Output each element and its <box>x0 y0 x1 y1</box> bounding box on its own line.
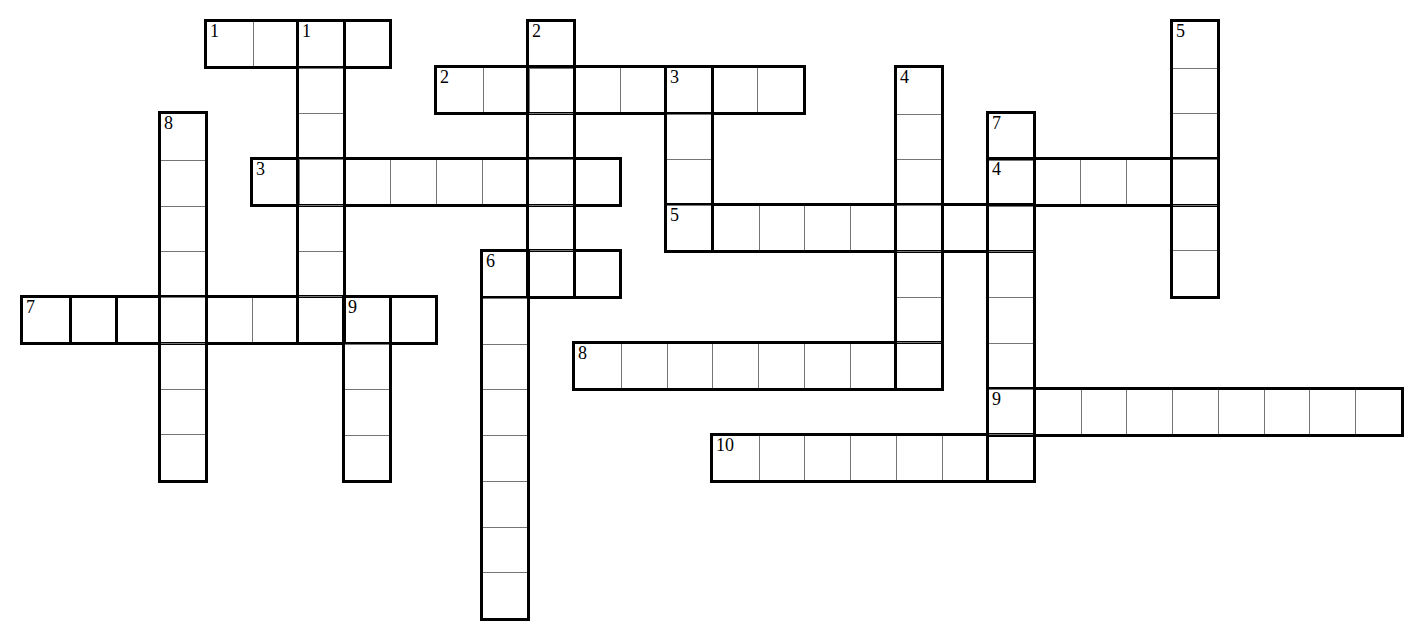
down-5-word: 5 <box>1170 19 1220 299</box>
down-8-cell-5[interactable] <box>161 343 205 389</box>
across-10-cell-0[interactable]: 10 <box>713 436 759 480</box>
down-7-cell-0[interactable]: 7 <box>989 114 1033 160</box>
down-2-cell-0[interactable]: 2 <box>529 22 573 68</box>
across-8-cell-6[interactable] <box>850 344 896 388</box>
down-8-cell-2[interactable] <box>161 206 205 252</box>
across-10-cell-3[interactable] <box>850 436 896 480</box>
across-2-cell-6[interactable] <box>712 68 758 112</box>
down-9-cell-2[interactable] <box>345 389 389 435</box>
down-7-cell-7[interactable] <box>989 434 1033 480</box>
down-3-cell-2[interactable] <box>667 159 711 205</box>
across-2-word: 2 <box>434 65 806 115</box>
across-8-cell-4[interactable] <box>758 344 804 388</box>
across-1-cell-3[interactable] <box>344 22 390 66</box>
across-9-cell-6[interactable] <box>1264 390 1310 434</box>
across-5-cell-4[interactable] <box>850 206 896 250</box>
across-4-cell-2[interactable] <box>1080 160 1126 204</box>
across-8-word: 8 <box>572 341 944 391</box>
across-9-cell-1[interactable] <box>1035 390 1081 434</box>
across-8-cell-5[interactable] <box>804 344 850 388</box>
across-8-cell-2[interactable] <box>667 344 713 388</box>
down-6-cell-6[interactable] <box>483 527 527 573</box>
across-8-cell-0[interactable]: 8 <box>575 344 621 388</box>
down-3-cell-0[interactable]: 3 <box>667 68 711 114</box>
down-4-cell-3[interactable] <box>897 205 941 251</box>
down-8-cell-1[interactable] <box>161 160 205 206</box>
across-9-word: 9 <box>986 387 1404 437</box>
across-7-cell-2[interactable] <box>115 298 161 342</box>
down-2-cell-5[interactable] <box>529 250 573 296</box>
across-5-cell-6[interactable] <box>942 206 988 250</box>
clue-number-down-8: 8 <box>164 113 173 134</box>
clue-number-across-4: 4 <box>992 159 1001 180</box>
down-4-cell-0[interactable]: 4 <box>897 68 941 114</box>
clue-number-across-2: 2 <box>440 67 449 88</box>
down-1-cell-2[interactable] <box>299 113 343 159</box>
down-4-word: 4 <box>894 65 944 391</box>
down-5-cell-1[interactable] <box>1173 68 1217 114</box>
down-2-cell-1[interactable] <box>529 68 573 114</box>
down-5-cell-4[interactable] <box>1173 205 1217 251</box>
clue-number-across-1: 1 <box>210 21 219 42</box>
across-8-cell-3[interactable] <box>712 344 758 388</box>
across-10-cell-1[interactable] <box>759 436 805 480</box>
across-5-cell-3[interactable] <box>804 206 850 250</box>
down-5-cell-2[interactable] <box>1173 113 1217 159</box>
across-2-cell-4[interactable] <box>620 68 666 112</box>
crossword-board: 1234567891012345789 <box>0 0 1422 640</box>
down-1-cell-6[interactable] <box>299 296 343 342</box>
across-4-cell-3[interactable] <box>1126 160 1172 204</box>
down-2-cell-2[interactable] <box>529 113 573 159</box>
down-1-cell-1[interactable] <box>299 68 343 114</box>
down-4-cell-4[interactable] <box>897 251 941 297</box>
across-1-cell-0[interactable]: 1 <box>207 22 253 66</box>
across-4-cell-1[interactable] <box>1035 160 1081 204</box>
across-9-cell-8[interactable] <box>1355 390 1401 434</box>
down-8-word: 8 <box>158 111 208 483</box>
down-6-cell-2[interactable] <box>483 344 527 390</box>
across-3-cell-3[interactable] <box>390 160 436 204</box>
across-2-cell-1[interactable] <box>483 68 529 112</box>
clue-number-down-5: 5 <box>1176 21 1185 42</box>
down-6-word <box>480 249 530 621</box>
down-9-cell-3[interactable] <box>345 435 389 481</box>
clue-number-down-9: 9 <box>348 297 357 318</box>
across-9-cell-7[interactable] <box>1309 390 1355 434</box>
down-8-cell-3[interactable] <box>161 251 205 297</box>
down-8-cell-0[interactable]: 8 <box>161 114 205 160</box>
across-8-cell-1[interactable] <box>621 344 667 388</box>
across-6-cell-2[interactable] <box>574 252 619 296</box>
down-1-cell-5[interactable] <box>299 251 343 297</box>
down-4-cell-5[interactable] <box>897 297 941 343</box>
across-5-cell-2[interactable] <box>759 206 805 250</box>
across-2-cell-7[interactable] <box>757 68 803 112</box>
down-1-cell-0[interactable]: 1 <box>299 22 343 68</box>
clue-number-across-6: 6 <box>486 251 495 272</box>
down-4-cell-2[interactable] <box>897 159 941 205</box>
across-9-cell-2[interactable] <box>1081 390 1127 434</box>
across-9-cell-4[interactable] <box>1172 390 1218 434</box>
across-7-cell-8[interactable] <box>389 298 435 342</box>
down-5-cell-3[interactable] <box>1173 159 1217 205</box>
clue-number-across-9: 9 <box>992 389 1001 410</box>
across-10-cell-2[interactable] <box>804 436 850 480</box>
across-9-cell-3[interactable] <box>1126 390 1172 434</box>
down-6-cell-5[interactable] <box>483 481 527 527</box>
clue-number-across-8: 8 <box>578 343 587 364</box>
down-5-cell-0[interactable]: 5 <box>1173 22 1217 68</box>
across-1-cell-1[interactable] <box>253 22 299 66</box>
across-7-cell-5[interactable] <box>252 298 298 342</box>
down-4-cell-1[interactable] <box>897 114 941 160</box>
clue-number-across-5: 5 <box>670 205 679 226</box>
clue-number-down-2: 2 <box>532 21 541 42</box>
across-3-cell-5[interactable] <box>482 160 528 204</box>
down-8-cell-7[interactable] <box>161 434 205 480</box>
down-2-cell-4[interactable] <box>529 205 573 251</box>
down-7-cell-3[interactable] <box>989 251 1033 297</box>
across-2-cell-0[interactable]: 2 <box>437 68 483 112</box>
down-6-cell-1[interactable] <box>483 298 527 344</box>
across-2-cell-3[interactable] <box>574 68 620 112</box>
across-5-cell-1[interactable] <box>713 206 759 250</box>
across-3-cell-2[interactable] <box>345 160 391 204</box>
clue-number-down-7: 7 <box>992 113 1001 134</box>
down-2-word: 2 <box>526 19 576 299</box>
clue-number-down-4: 4 <box>900 67 909 88</box>
clue-number-down-1: 1 <box>302 21 311 42</box>
down-8-cell-6[interactable] <box>161 389 205 435</box>
down-6-cell-3[interactable] <box>483 389 527 435</box>
down-8-cell-4[interactable] <box>161 297 205 343</box>
across-10-cell-4[interactable] <box>896 436 942 480</box>
across-3-cell-0[interactable]: 3 <box>253 160 299 204</box>
clue-number-across-10: 10 <box>716 435 734 456</box>
down-7-cell-5[interactable] <box>989 343 1033 389</box>
down-1-cell-4[interactable] <box>299 205 343 251</box>
down-6-cell-7[interactable] <box>483 572 527 618</box>
down-6-cell-4[interactable] <box>483 435 527 481</box>
across-10-cell-5[interactable] <box>942 436 988 480</box>
down-9-word: 9 <box>342 295 392 483</box>
down-1-cell-3[interactable] <box>299 159 343 205</box>
across-3-cell-4[interactable] <box>436 160 482 204</box>
across-7-cell-4[interactable] <box>206 298 252 342</box>
down-7-cell-4[interactable] <box>989 297 1033 343</box>
across-7-cell-1[interactable] <box>69 298 115 342</box>
down-5-cell-5[interactable] <box>1173 250 1217 296</box>
clue-number-across-7: 7 <box>26 297 35 318</box>
down-3-cell-1[interactable] <box>667 114 711 160</box>
down-2-cell-3[interactable] <box>529 159 573 205</box>
down-4-cell-6[interactable] <box>897 342 941 388</box>
across-3-cell-7[interactable] <box>573 160 619 204</box>
down-9-cell-0[interactable]: 9 <box>345 298 389 344</box>
clue-number-down-3: 3 <box>670 67 679 88</box>
across-7-cell-0[interactable]: 7 <box>23 298 69 342</box>
down-7-cell-2[interactable] <box>989 206 1033 252</box>
across-5-word: 5 <box>664 203 1036 253</box>
down-1-word: 1 <box>296 19 346 345</box>
clue-number-across-3: 3 <box>256 159 265 180</box>
across-9-cell-5[interactable] <box>1218 390 1264 434</box>
down-9-cell-1[interactable] <box>345 344 389 390</box>
